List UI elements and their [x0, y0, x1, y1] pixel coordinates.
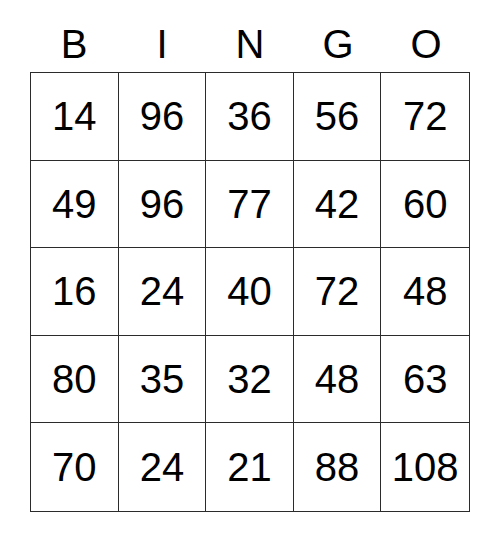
bingo-cell-r5c2[interactable]: 24 — [119, 423, 207, 511]
bingo-cell-r5c5[interactable]: 108 — [381, 423, 469, 511]
bingo-cell-r3c2[interactable]: 24 — [119, 248, 207, 336]
bingo-cell-r4c5[interactable]: 63 — [381, 336, 469, 424]
header-letter-n: N — [206, 14, 294, 64]
header-letter-i: I — [118, 14, 206, 64]
bingo-cell-r3c4[interactable]: 72 — [294, 248, 382, 336]
bingo-cell-r2c5[interactable]: 60 — [381, 161, 469, 249]
bingo-cell-r2c3[interactable]: 77 — [206, 161, 294, 249]
bingo-cell-r1c3[interactable]: 36 — [206, 73, 294, 161]
bingo-cell-r4c2[interactable]: 35 — [119, 336, 207, 424]
bingo-grid: 1496365672499677426016244072488035324863… — [30, 72, 470, 512]
bingo-cell-r4c1[interactable]: 80 — [31, 336, 119, 424]
bingo-cell-r4c3[interactable]: 32 — [206, 336, 294, 424]
bingo-cell-r5c4[interactable]: 88 — [294, 423, 382, 511]
bingo-cell-r5c3[interactable]: 21 — [206, 423, 294, 511]
header-letter-b: B — [30, 14, 118, 64]
bingo-cell-r2c2[interactable]: 96 — [119, 161, 207, 249]
bingo-header-row: B I N G O — [30, 14, 470, 64]
bingo-cell-r1c4[interactable]: 56 — [294, 73, 382, 161]
bingo-cell-r3c5[interactable]: 48 — [381, 248, 469, 336]
bingo-cell-r1c5[interactable]: 72 — [381, 73, 469, 161]
bingo-card-page: { "game": "bingo", "card_title": "BINGO"… — [0, 0, 500, 544]
bingo-cell-r1c1[interactable]: 14 — [31, 73, 119, 161]
bingo-cell-r1c2[interactable]: 96 — [119, 73, 207, 161]
bingo-cell-r2c4[interactable]: 42 — [294, 161, 382, 249]
bingo-cell-r4c4[interactable]: 48 — [294, 336, 382, 424]
header-letter-o: O — [382, 14, 470, 64]
bingo-cell-r3c1[interactable]: 16 — [31, 248, 119, 336]
bingo-cell-r2c1[interactable]: 49 — [31, 161, 119, 249]
header-letter-g: G — [294, 14, 382, 64]
bingo-cell-r3c3[interactable]: 40 — [206, 248, 294, 336]
bingo-cell-r5c1[interactable]: 70 — [31, 423, 119, 511]
